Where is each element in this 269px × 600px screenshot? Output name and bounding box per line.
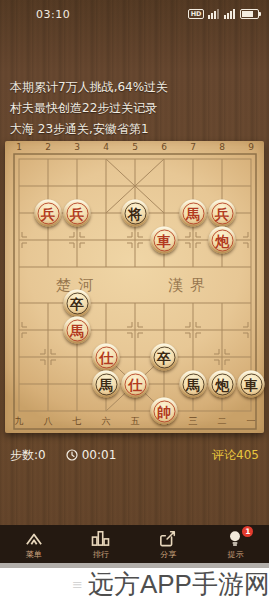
coord-top-3: 3 xyxy=(74,142,80,152)
coord-top-9: 9 xyxy=(248,142,254,152)
move-counter: 步数:0 xyxy=(10,447,46,464)
battery-icon xyxy=(240,9,259,19)
clock-icon xyxy=(66,449,78,461)
coord-bottom-9: 一 xyxy=(247,415,256,428)
hd-icon: HD xyxy=(188,9,204,19)
nav-label: 分享 xyxy=(160,549,176,560)
coord-top-5: 5 xyxy=(132,142,138,152)
piece-red-soldier[interactable]: 兵 xyxy=(35,200,62,227)
piece-black-horse[interactable]: 馬 xyxy=(93,371,120,398)
nav-item-menu[interactable]: 菜单 xyxy=(0,525,67,563)
piece-red-horse[interactable]: 馬 xyxy=(64,317,91,344)
announcement-line: 本期累计7万人挑战,64%过关 xyxy=(10,77,263,98)
piece-black-cannon[interactable]: 炮 xyxy=(209,371,236,398)
bottom-nav: 菜单 排行 分享 xyxy=(0,525,269,563)
piece-black-chariot[interactable]: 車 xyxy=(238,371,265,398)
status-icons: HD xyxy=(188,9,259,19)
piece-black-general[interactable]: 将 xyxy=(122,200,149,227)
watermark-text: 远方APP手游网 xyxy=(88,568,269,600)
coord-top-8: 8 xyxy=(219,142,225,152)
comments-link[interactable]: 评论405 xyxy=(212,447,259,464)
share-icon xyxy=(157,529,179,548)
piece-black-soldier[interactable]: 卒 xyxy=(64,290,91,317)
coord-bottom-8: 二 xyxy=(218,415,227,428)
piece-red-horse[interactable]: 馬 xyxy=(180,200,207,227)
piece-red-cannon[interactable]: 炮 xyxy=(209,227,236,254)
coord-bottom-4: 六 xyxy=(102,415,111,428)
piece-black-horse[interactable]: 馬 xyxy=(180,371,207,398)
river-label-right: 漢界 xyxy=(168,276,212,295)
signal-icon-1 xyxy=(208,9,220,19)
footer-strip: ≡ 远方APP手游网 xyxy=(0,568,269,600)
announcement-panel: 本期累计7万人挑战,64%过关 村夫最快创造22步过关记录 大海 23步通关,安… xyxy=(10,77,263,140)
stats-row: 步数:0 00:01 评论405 xyxy=(10,446,259,464)
menu-icon xyxy=(23,529,45,548)
coord-top-7: 7 xyxy=(190,142,196,152)
hint-icon: 1 xyxy=(224,529,246,548)
piece-red-chariot[interactable]: 車 xyxy=(151,227,178,254)
coord-top-6: 6 xyxy=(161,142,167,152)
ranking-icon xyxy=(90,529,112,548)
hint-badge: 1 xyxy=(242,526,253,537)
menu-lines-icon: ≡ xyxy=(72,577,82,592)
coord-bottom-1: 九 xyxy=(15,415,24,428)
nav-label: 提示 xyxy=(227,549,243,560)
coord-top-1: 1 xyxy=(16,142,22,152)
piece-red-soldier[interactable]: 兵 xyxy=(209,200,236,227)
coord-bottom-7: 三 xyxy=(189,415,198,428)
announcement-line: 大海 23步通关,安徽省第1 xyxy=(10,119,263,140)
piece-black-soldier[interactable]: 卒 xyxy=(151,344,178,371)
coord-top-2: 2 xyxy=(45,142,51,152)
xiangqi-board[interactable]: 123456789 九八七六五四三二一 楚河 漢界 兵兵将馬兵車炮卒馬仕卒馬仕馬… xyxy=(5,141,264,433)
status-bar: 03:10 HD xyxy=(0,6,269,22)
piece-red-general[interactable]: 帥 xyxy=(151,398,178,425)
nav-label: 菜单 xyxy=(26,549,42,560)
coord-bottom-5: 五 xyxy=(131,415,140,428)
clock-time: 03:10 xyxy=(36,8,70,21)
coord-bottom-2: 八 xyxy=(44,415,53,428)
nav-label: 排行 xyxy=(93,549,109,560)
timer-value: 00:01 xyxy=(82,448,117,462)
signal-icon-2 xyxy=(224,9,236,19)
piece-red-advisor[interactable]: 仕 xyxy=(93,344,120,371)
coord-top-4: 4 xyxy=(103,142,109,152)
nav-item-ranking[interactable]: 排行 xyxy=(67,525,134,563)
piece-red-advisor[interactable]: 仕 xyxy=(122,371,149,398)
announcement-line: 村夫最快创造22步过关记录 xyxy=(10,98,263,119)
app-screen: 03:10 HD 本期累计7万人挑战,64%过关 村夫最快创造22步过关记录 大… xyxy=(0,0,269,600)
nav-item-hint[interactable]: 1 提示 xyxy=(202,525,269,563)
nav-item-share[interactable]: 分享 xyxy=(135,525,202,563)
timer: 00:01 xyxy=(66,448,117,462)
coord-bottom-3: 七 xyxy=(73,415,82,428)
piece-red-soldier[interactable]: 兵 xyxy=(64,200,91,227)
